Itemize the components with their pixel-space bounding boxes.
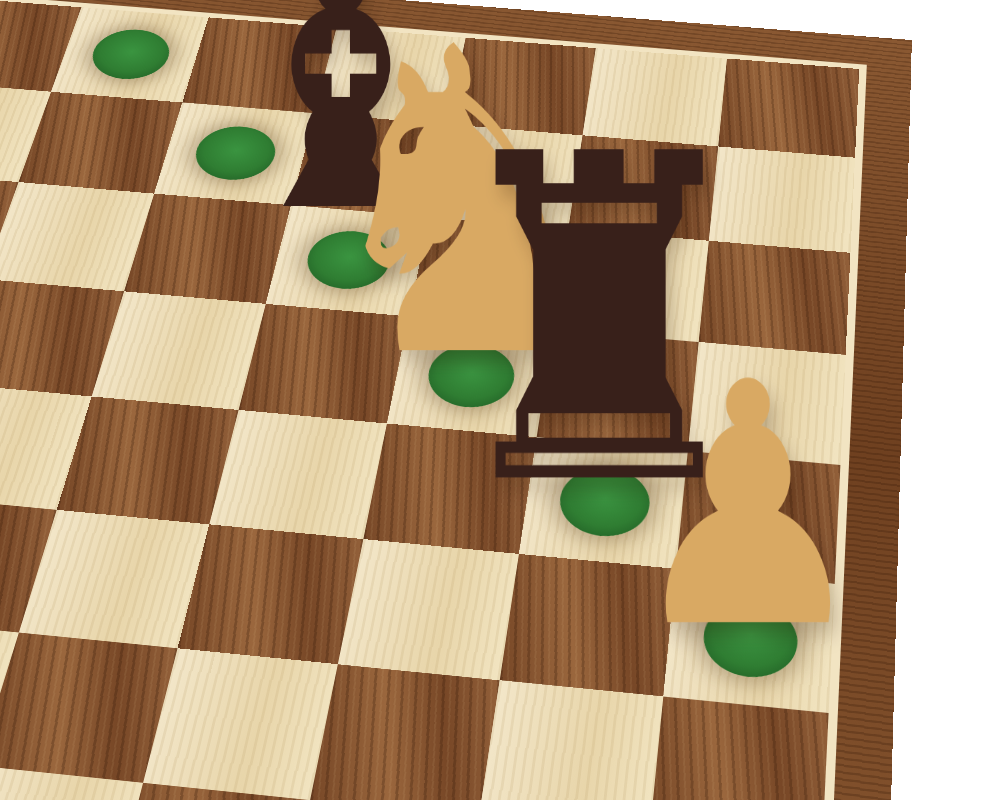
square-e3[interactable] [178,524,364,664]
square-f3[interactable] [338,539,519,680]
square-h3[interactable]: ♟ [663,569,834,713]
square-g2[interactable] [479,680,663,800]
square-f2[interactable] [310,664,500,800]
light-pawn-piece[interactable]: ♟ [625,339,871,674]
square-c6[interactable] [0,182,154,291]
product-photo-scene: ♚♛♝♞♜♟ [0,0,1000,800]
square-d5[interactable] [92,291,266,410]
square-e2[interactable] [143,648,338,800]
chess-board: ♚♛♝♞♜♟ [0,0,912,800]
square-c3[interactable] [0,495,57,632]
board-grid: ♚♛♝♞♜♟ [0,0,859,800]
square-e4[interactable] [209,410,387,539]
board-inlay-line: ♚♛♝♞♜♟ [0,0,867,800]
square-h2[interactable] [649,697,828,800]
